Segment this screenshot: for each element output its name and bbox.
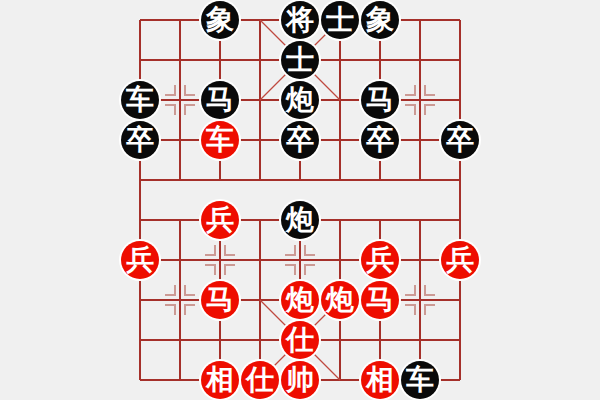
black-pawn[interactable]: 卒 <box>441 121 479 159</box>
board-point-c5-r5[interactable] <box>320 200 360 240</box>
board-point-c6-r3[interactable]: 卒 <box>360 120 400 160</box>
board-point-c7-r7[interactable] <box>400 280 440 320</box>
black-elephant[interactable]: 象 <box>361 1 399 39</box>
board-point-c3-r6[interactable] <box>240 240 280 280</box>
board-point-c1-r8[interactable] <box>160 320 200 360</box>
board-point-c5-r6[interactable] <box>320 240 360 280</box>
board-point-c8-r1[interactable] <box>440 40 480 80</box>
board-point-c6-r0[interactable]: 象 <box>360 0 400 40</box>
board-point-c6-r2[interactable]: 马 <box>360 80 400 120</box>
board-point-c0-r0[interactable] <box>120 0 160 40</box>
board-point-c2-r3[interactable]: 车 <box>200 120 240 160</box>
board-point-c8-r0[interactable] <box>440 0 480 40</box>
board-point-c4-r1[interactable]: 士 <box>280 40 320 80</box>
board-point-c2-r5[interactable]: 兵 <box>200 200 240 240</box>
xiangqi-board: 象将士象士车马炮马卒车卒卒卒兵炮兵兵兵马炮炮马仕相仕帅相车 <box>0 0 600 400</box>
board-point-c5-r7[interactable]: 炮 <box>320 280 360 320</box>
board-point-c7-r0[interactable] <box>400 0 440 40</box>
board-point-c2-r4[interactable] <box>200 160 240 200</box>
board-point-c7-r1[interactable] <box>400 40 440 80</box>
board-point-c3-r1[interactable] <box>240 40 280 80</box>
board-point-c0-r1[interactable] <box>120 40 160 80</box>
black-rook[interactable]: 车 <box>121 81 159 119</box>
black-advisor[interactable]: 士 <box>321 1 359 39</box>
board-point-c4-r3[interactable]: 卒 <box>280 120 320 160</box>
board-point-c0-r5[interactable] <box>120 200 160 240</box>
board-point-c4-r5[interactable]: 炮 <box>280 200 320 240</box>
board-point-c5-r1[interactable] <box>320 40 360 80</box>
board-point-c6-r9[interactable]: 相 <box>360 360 400 400</box>
board-point-c0-r4[interactable] <box>120 160 160 200</box>
board-point-c3-r0[interactable] <box>240 0 280 40</box>
black-cannon[interactable]: 炮 <box>281 201 319 239</box>
black-advisor[interactable]: 士 <box>281 41 319 79</box>
board-point-c4-r9[interactable]: 帅 <box>280 360 320 400</box>
board-point-c7-r4[interactable] <box>400 160 440 200</box>
board-point-c8-r6[interactable]: 兵 <box>440 240 480 280</box>
board-point-c2-r0[interactable]: 象 <box>200 0 240 40</box>
red-cannon[interactable]: 炮 <box>281 281 319 319</box>
board-point-c6-r1[interactable] <box>360 40 400 80</box>
board-point-c0-r9[interactable] <box>120 360 160 400</box>
board-point-c1-r3[interactable] <box>160 120 200 160</box>
board-point-c0-r8[interactable] <box>120 320 160 360</box>
board-point-c3-r8[interactable] <box>240 320 280 360</box>
board-point-c3-r5[interactable] <box>240 200 280 240</box>
board-point-c4-r6[interactable] <box>280 240 320 280</box>
black-pawn[interactable]: 卒 <box>281 121 319 159</box>
red-horse[interactable]: 马 <box>361 281 399 319</box>
board-point-c2-r8[interactable] <box>200 320 240 360</box>
board-point-c0-r6[interactable]: 兵 <box>120 240 160 280</box>
red-pawn[interactable]: 兵 <box>121 241 159 279</box>
board-point-c4-r0[interactable]: 将 <box>280 0 320 40</box>
black-pawn[interactable]: 卒 <box>361 121 399 159</box>
red-elephant[interactable]: 相 <box>201 361 239 399</box>
board-point-c8-r3[interactable]: 卒 <box>440 120 480 160</box>
red-horse[interactable]: 马 <box>201 281 239 319</box>
board-grid: 象将士象士车马炮马卒车卒卒卒兵炮兵兵兵马炮炮马仕相仕帅相车 <box>120 0 480 400</box>
board-point-c8-r7[interactable] <box>440 280 480 320</box>
black-general[interactable]: 将 <box>281 1 319 39</box>
red-pawn[interactable]: 兵 <box>441 241 479 279</box>
board-point-c5-r8[interactable] <box>320 320 360 360</box>
board-point-c7-r9[interactable]: 车 <box>400 360 440 400</box>
black-horse[interactable]: 马 <box>361 81 399 119</box>
black-pawn[interactable]: 卒 <box>121 121 159 159</box>
board-point-c5-r4[interactable] <box>320 160 360 200</box>
board-point-c1-r1[interactable] <box>160 40 200 80</box>
board-point-c3-r3[interactable] <box>240 120 280 160</box>
board-point-c8-r2[interactable] <box>440 80 480 120</box>
board-point-c8-r9[interactable] <box>440 360 480 400</box>
board-point-c3-r7[interactable] <box>240 280 280 320</box>
board-point-c7-r3[interactable] <box>400 120 440 160</box>
board-point-c6-r4[interactable] <box>360 160 400 200</box>
board-point-c3-r9[interactable]: 仕 <box>240 360 280 400</box>
board-point-c1-r6[interactable] <box>160 240 200 280</box>
black-elephant[interactable]: 象 <box>201 1 239 39</box>
red-elephant[interactable]: 相 <box>361 361 399 399</box>
board-point-c4-r2[interactable]: 炮 <box>280 80 320 120</box>
red-cannon[interactable]: 炮 <box>321 281 359 319</box>
board-point-c2-r7[interactable]: 马 <box>200 280 240 320</box>
board-point-c2-r6[interactable] <box>200 240 240 280</box>
board-point-c4-r7[interactable]: 炮 <box>280 280 320 320</box>
board-point-c8-r8[interactable] <box>440 320 480 360</box>
board-point-c2-r2[interactable]: 马 <box>200 80 240 120</box>
board-point-c1-r0[interactable] <box>160 0 200 40</box>
board-point-c6-r8[interactable] <box>360 320 400 360</box>
black-rook[interactable]: 车 <box>401 361 439 399</box>
board-point-c6-r7[interactable]: 马 <box>360 280 400 320</box>
black-horse[interactable]: 马 <box>201 81 239 119</box>
board-point-c5-r2[interactable] <box>320 80 360 120</box>
red-pawn[interactable]: 兵 <box>201 201 239 239</box>
board-point-c0-r7[interactable] <box>120 280 160 320</box>
board-point-c8-r4[interactable] <box>440 160 480 200</box>
board-point-c1-r4[interactable] <box>160 160 200 200</box>
board-point-c2-r9[interactable]: 相 <box>200 360 240 400</box>
red-advisor[interactable]: 仕 <box>241 361 279 399</box>
board-point-c7-r8[interactable] <box>400 320 440 360</box>
board-point-c5-r0[interactable]: 士 <box>320 0 360 40</box>
board-point-c7-r2[interactable] <box>400 80 440 120</box>
board-point-c6-r5[interactable] <box>360 200 400 240</box>
red-advisor[interactable]: 仕 <box>281 321 319 359</box>
board-point-c4-r8[interactable]: 仕 <box>280 320 320 360</box>
red-general[interactable]: 帅 <box>281 361 319 399</box>
board-point-c5-r9[interactable] <box>320 360 360 400</box>
board-point-c1-r7[interactable] <box>160 280 200 320</box>
board-point-c0-r2[interactable]: 车 <box>120 80 160 120</box>
red-pawn[interactable]: 兵 <box>361 241 399 279</box>
board-point-c1-r5[interactable] <box>160 200 200 240</box>
board-point-c6-r6[interactable]: 兵 <box>360 240 400 280</box>
board-point-c0-r3[interactable]: 卒 <box>120 120 160 160</box>
board-point-c3-r2[interactable] <box>240 80 280 120</box>
board-point-c1-r2[interactable] <box>160 80 200 120</box>
board-point-c2-r1[interactable] <box>200 40 240 80</box>
black-cannon[interactable]: 炮 <box>281 81 319 119</box>
board-point-c7-r6[interactable] <box>400 240 440 280</box>
red-rook[interactable]: 车 <box>201 121 239 159</box>
board-point-c1-r9[interactable] <box>160 360 200 400</box>
board-point-c3-r4[interactable] <box>240 160 280 200</box>
board-point-c7-r5[interactable] <box>400 200 440 240</box>
board-point-c4-r4[interactable] <box>280 160 320 200</box>
board-point-c8-r5[interactable] <box>440 200 480 240</box>
board-point-c5-r3[interactable] <box>320 120 360 160</box>
